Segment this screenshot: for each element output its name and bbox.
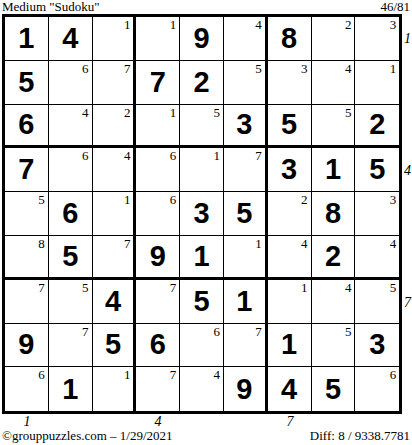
cell-r1c5[interactable]: 9: [180, 17, 224, 61]
pencil-mark: 3: [390, 192, 397, 207]
cell-r4c8[interactable]: 1: [312, 148, 356, 192]
pencil-mark: 7: [124, 236, 131, 251]
cell-r8c5[interactable]: 6: [180, 324, 224, 368]
row-label-4: 4: [403, 163, 412, 179]
col-label-7: 7: [287, 414, 294, 429]
cell-r3c4[interactable]: 1: [136, 105, 180, 149]
cell-r2c6[interactable]: 5: [224, 61, 268, 105]
cell-digit: 2: [312, 236, 355, 277]
copyright-text: ©grouppuzzles.com – 1/29/2021: [2, 429, 173, 443]
cell-r1c4[interactable]: 1: [136, 17, 180, 61]
cell-r5c4[interactable]: 6: [136, 192, 180, 236]
cell-r4c7[interactable]: 3: [268, 148, 312, 192]
cell-r9c1[interactable]: 6: [5, 367, 49, 411]
cell-r4c3[interactable]: 4: [93, 148, 137, 192]
cell-digit: 4: [268, 367, 311, 411]
cell-r6c4[interactable]: 9: [136, 236, 180, 280]
cell-r4c5[interactable]: 1: [180, 148, 224, 192]
cell-digit: 5: [49, 236, 92, 277]
cell-r7c1[interactable]: 7: [5, 280, 49, 324]
cell-digit: 5: [312, 367, 355, 411]
cell-digit: 8: [268, 17, 311, 60]
pencil-mark: 3: [301, 61, 308, 76]
cell-r8c9[interactable]: 3: [355, 324, 399, 368]
sudoku-page: Medium "Sudoku" 46/81 141194823567725341…: [0, 0, 412, 445]
cell-r6c3[interactable]: 7: [93, 236, 137, 280]
cell-digit: 7: [5, 148, 48, 191]
cell-digit: 2: [355, 105, 399, 146]
pencil-mark: 1: [390, 61, 397, 76]
cell-digit: 3: [224, 105, 265, 146]
pencil-mark: 6: [82, 148, 89, 163]
pencil-mark: 5: [255, 61, 262, 76]
pencil-mark: 6: [213, 324, 220, 339]
pencil-mark: 7: [124, 61, 131, 76]
cell-r4c6[interactable]: 7: [224, 148, 268, 192]
pencil-mark: 2: [301, 192, 308, 207]
cell-r2c3[interactable]: 7: [93, 61, 137, 105]
cell-r2c9[interactable]: 1: [355, 61, 399, 105]
cell-digit: 1: [49, 367, 92, 411]
row-label-7: 7: [403, 295, 412, 311]
pencil-mark: 5: [82, 280, 89, 295]
row-label-1: 1: [403, 31, 412, 47]
pencil-mark: 7: [255, 148, 262, 163]
cell-digit: 5: [268, 105, 311, 146]
cell-r2c5[interactable]: 2: [180, 61, 224, 105]
pencil-mark: 8: [38, 236, 45, 251]
pencil-mark: 6: [82, 61, 89, 76]
pencil-mark: 5: [38, 192, 45, 207]
cell-r9c7[interactable]: 4: [268, 367, 312, 411]
cell-digit: 6: [49, 192, 92, 235]
pencil-mark: 4: [255, 17, 262, 32]
col-label-4: 4: [155, 414, 162, 429]
cell-digit: 1: [312, 148, 355, 191]
pencil-mark: 1: [124, 17, 131, 32]
cell-r2c4[interactable]: 7: [136, 61, 180, 105]
cell-digit: 1: [5, 17, 48, 60]
cell-digit: 1: [180, 236, 223, 277]
cell-r7c6[interactable]: 1: [224, 280, 268, 324]
pencil-mark: 7: [170, 367, 177, 382]
cell-digit: 4: [93, 280, 134, 323]
cell-r8c8[interactable]: 5: [312, 324, 356, 368]
cell-r2c8[interactable]: 4: [312, 61, 356, 105]
cell-r4c4[interactable]: 6: [136, 148, 180, 192]
cell-r4c2[interactable]: 6: [49, 148, 93, 192]
cell-digit: 3: [268, 148, 311, 191]
cell-r7c4[interactable]: 7: [136, 280, 180, 324]
cell-digit: 3: [355, 324, 399, 367]
pencil-mark: 1: [213, 148, 220, 163]
cell-r1c2[interactable]: 4: [49, 17, 93, 61]
cell-digit: 3: [180, 192, 223, 235]
cell-r5c6[interactable]: 5: [224, 192, 268, 236]
cell-r4c9[interactable]: 5: [355, 148, 399, 192]
pencil-mark: 4: [390, 236, 397, 251]
puzzle-title: Medium "Sudoku": [2, 0, 100, 13]
cell-r2c2[interactable]: 6: [49, 61, 93, 105]
pencil-mark: 1: [124, 367, 131, 382]
col-label-1: 1: [24, 414, 31, 429]
cell-r7c9[interactable]: 5: [355, 280, 399, 324]
cell-r5c8[interactable]: 8: [312, 192, 356, 236]
cell-r5c1[interactable]: 5: [5, 192, 49, 236]
cell-r6c2[interactable]: 5: [49, 236, 93, 280]
cell-r6c7[interactable]: 4: [268, 236, 312, 280]
cell-r8c3[interactable]: 5: [93, 324, 137, 368]
cell-r1c8[interactable]: 2: [312, 17, 356, 61]
pencil-mark: 1: [170, 17, 177, 32]
cell-digit: 9: [136, 236, 179, 277]
pencil-mark: 6: [38, 367, 45, 382]
pencil-mark: 5: [345, 324, 352, 339]
cell-digit: 2: [180, 61, 223, 104]
cell-r5c5[interactable]: 3: [180, 192, 224, 236]
pencil-mark: 5: [390, 280, 397, 295]
pencil-mark: 7: [38, 280, 45, 295]
cell-digit: 1: [224, 280, 265, 323]
pencil-mark: 4: [82, 105, 89, 120]
cell-r7c3[interactable]: 4: [93, 280, 137, 324]
cell-r6c9[interactable]: 4: [355, 236, 399, 280]
cell-r1c6[interactable]: 4: [224, 17, 268, 61]
cell-r7c5[interactable]: 5: [180, 280, 224, 324]
cell-r1c3[interactable]: 1: [93, 17, 137, 61]
difficulty-text: Diff: 8 / 9338.7781: [310, 429, 410, 443]
cell-r6c6[interactable]: 1: [224, 236, 268, 280]
cell-r4c1[interactable]: 7: [5, 148, 49, 192]
cell-digit: 7: [136, 61, 179, 104]
sudoku-board: 1411948235677253416421535527646173155616…: [2, 14, 402, 414]
cell-r5c2[interactable]: 6: [49, 192, 93, 236]
pencil-mark: 4: [124, 148, 131, 163]
pencil-mark: 1: [124, 192, 131, 207]
pencil-mark: 6: [170, 192, 177, 207]
cell-r9c2[interactable]: 1: [49, 367, 93, 411]
pencil-mark: 1: [255, 236, 262, 251]
cell-r9c5[interactable]: 4: [180, 367, 224, 411]
cell-r9c6[interactable]: 9: [224, 367, 268, 411]
cell-r3c8[interactable]: 5: [312, 105, 356, 149]
cell-r8c4[interactable]: 6: [136, 324, 180, 368]
cell-r5c3[interactable]: 1: [93, 192, 137, 236]
cell-digit: 4: [49, 17, 92, 60]
footer-bar: ©grouppuzzles.com – 1/29/2021 Diff: 8 / …: [2, 429, 410, 443]
cell-r7c7[interactable]: 1: [268, 280, 312, 324]
cell-r8c7[interactable]: 1: [268, 324, 312, 368]
pencil-mark: 1: [301, 280, 308, 295]
pencil-mark: 1: [170, 105, 177, 120]
pencil-mark: 5: [213, 105, 220, 120]
cell-r3c5[interactable]: 5: [180, 105, 224, 149]
cell-digit: 6: [136, 324, 179, 367]
cell-digit: 9: [180, 17, 223, 60]
cell-r3c3[interactable]: 2: [93, 105, 137, 149]
cell-digit: 8: [312, 192, 355, 235]
cell-digit: 9: [5, 324, 48, 367]
cell-r1c9[interactable]: 3: [355, 17, 399, 61]
cell-r2c1[interactable]: 5: [5, 61, 49, 105]
pencil-mark: 5: [345, 105, 352, 120]
cell-r3c2[interactable]: 4: [49, 105, 93, 149]
cell-digit: 5: [5, 61, 48, 104]
cell-r9c4[interactable]: 7: [136, 367, 180, 411]
cell-digit: 5: [93, 324, 134, 367]
cell-digit: 5: [180, 280, 223, 323]
pencil-mark: 7: [82, 324, 89, 339]
header-bar: Medium "Sudoku" 46/81: [2, 0, 410, 13]
cell-r8c1[interactable]: 9: [5, 324, 49, 368]
cell-r6c5[interactable]: 1: [180, 236, 224, 280]
cell-r9c3[interactable]: 1: [93, 367, 137, 411]
pencil-mark: 4: [213, 367, 220, 382]
cell-r5c9[interactable]: 3: [355, 192, 399, 236]
cell-r6c8[interactable]: 2: [312, 236, 356, 280]
pencil-mark: 4: [301, 236, 308, 251]
cell-r9c9[interactable]: 6: [355, 367, 399, 411]
pencil-mark: 6: [390, 367, 397, 382]
cell-digit: 1: [268, 324, 311, 367]
cell-r1c1[interactable]: 1: [5, 17, 49, 61]
progress-counter: 46/81: [380, 0, 410, 13]
cell-r2c7[interactable]: 3: [268, 61, 312, 105]
cell-r3c1[interactable]: 6: [5, 105, 49, 149]
pencil-mark: 2: [124, 105, 131, 120]
pencil-mark: 7: [170, 280, 177, 295]
cell-digit: 5: [224, 192, 265, 235]
cell-r6c1[interactable]: 8: [5, 236, 49, 280]
cell-r3c9[interactable]: 2: [355, 105, 399, 149]
pencil-mark: 7: [255, 324, 262, 339]
pencil-mark: 6: [170, 148, 177, 163]
cell-r8c6[interactable]: 7: [224, 324, 268, 368]
pencil-mark: 4: [345, 61, 352, 76]
cell-r7c8[interactable]: 4: [312, 280, 356, 324]
cell-digit: 6: [5, 105, 48, 146]
cell-r5c7[interactable]: 2: [268, 192, 312, 236]
cell-r9c8[interactable]: 5: [312, 367, 356, 411]
cell-r3c6[interactable]: 3: [224, 105, 268, 149]
cell-digit: 5: [355, 148, 399, 191]
cell-r7c2[interactable]: 5: [49, 280, 93, 324]
cell-r8c2[interactable]: 7: [49, 324, 93, 368]
pencil-mark: 3: [390, 17, 397, 32]
cell-digit: 9: [224, 367, 265, 411]
cell-r3c7[interactable]: 5: [268, 105, 312, 149]
pencil-mark: 4: [345, 280, 352, 295]
cell-r1c7[interactable]: 8: [268, 17, 312, 61]
pencil-mark: 2: [345, 17, 352, 32]
